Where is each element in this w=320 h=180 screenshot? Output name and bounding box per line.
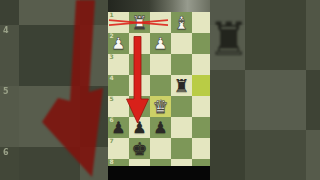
square-g1: ♜ [129, 12, 150, 33]
rank-label-5: 5 [110, 96, 114, 102]
square-e6 [171, 117, 192, 138]
square-g4 [129, 75, 150, 96]
rank-label-8: 8 [110, 159, 114, 165]
square-f1 [150, 12, 171, 33]
rank-label-6: 6 [110, 117, 114, 123]
square-e7 [171, 138, 192, 159]
rank-label-1: 1 [110, 12, 114, 18]
piece-black-rook-e4: ♜ [173, 75, 189, 96]
piece-white-pawn-f2: ♟ [153, 33, 167, 54]
video-top-glare [108, 0, 210, 12]
video-frame: 4 5 6 ♜ 1♜♝2♟♟34♜5♛6♟♟♟7♚8 [0, 0, 320, 180]
square-h1: 1 [108, 12, 129, 33]
square-h6: 6♟ [108, 117, 129, 138]
square-d2 [192, 33, 210, 54]
piece-white-bishop-e1: ♝ [173, 12, 189, 33]
piece-white-rook-g1: ♜ [131, 12, 147, 33]
square-f2: ♟ [150, 33, 171, 54]
background-right-blur: ♜ [210, 0, 320, 180]
square-g2 [129, 33, 150, 54]
square-e4: ♜ [171, 75, 192, 96]
square-h7: 7 [108, 138, 129, 159]
bg-red-arrow [0, 0, 108, 180]
square-e5 [171, 96, 192, 117]
rank-label-4: 4 [110, 75, 114, 81]
bg-black-rook-silhouette: ♜ [210, 16, 249, 62]
rank-label-3: 3 [110, 54, 114, 60]
square-d1 [192, 12, 210, 33]
rank-label-7: 7 [110, 138, 114, 144]
square-f4 [150, 75, 171, 96]
square-d5 [192, 96, 210, 117]
square-d4 [192, 75, 210, 96]
square-h3: 3 [108, 54, 129, 75]
piece-white-queen-f5: ♛ [152, 96, 168, 117]
bottom-black-bar [108, 166, 210, 180]
square-h2: 2♟ [108, 33, 129, 54]
square-d6 [192, 117, 210, 138]
square-g3 [129, 54, 150, 75]
piece-black-pawn-f6: ♟ [153, 117, 167, 138]
square-g5 [129, 96, 150, 117]
piece-black-pawn-g6: ♟ [132, 117, 146, 138]
square-f6: ♟ [150, 117, 171, 138]
square-h4: 4 [108, 75, 129, 96]
square-e3 [171, 54, 192, 75]
piece-black-king-g7: ♚ [131, 138, 147, 159]
square-d3 [192, 54, 210, 75]
chess-board: 1♜♝2♟♟34♜5♛6♟♟♟7♚8 [108, 12, 210, 180]
video-strip: 1♜♝2♟♟34♜5♛6♟♟♟7♚8 [108, 0, 210, 180]
square-d7 [192, 138, 210, 159]
square-e1: ♝ [171, 12, 192, 33]
square-g7: ♚ [129, 138, 150, 159]
square-f7 [150, 138, 171, 159]
rank-label-2: 2 [110, 33, 114, 39]
square-f3 [150, 54, 171, 75]
background-left-blur: 4 5 6 [0, 0, 108, 180]
square-f5: ♛ [150, 96, 171, 117]
square-e2 [171, 33, 192, 54]
square-g6: ♟ [129, 117, 150, 138]
square-h5: 5 [108, 96, 129, 117]
